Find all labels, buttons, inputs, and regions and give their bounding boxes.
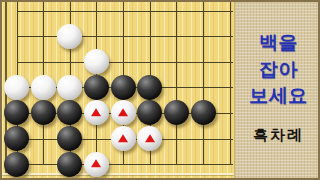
black-stone [4,100,29,125]
black-stone [31,100,56,125]
grid-line [17,62,234,63]
triangle-mark-icon [91,108,101,116]
white-stone [4,75,29,100]
black-stone [137,75,162,100]
grid-line [17,36,234,37]
black-stone [191,100,216,125]
white-stone [57,75,82,100]
black-stone [4,152,29,177]
go-board [2,2,235,180]
caption-line-1: 백을 [235,30,320,57]
white-stone-marked [111,100,136,125]
black-stone [57,152,82,177]
white-stone [57,24,82,49]
white-stone-marked [84,100,109,125]
grid-line [17,164,234,165]
grid-line [230,2,231,164]
triangle-mark-icon [91,159,101,167]
triangle-mark-icon [118,108,128,116]
black-stone [137,100,162,125]
grid-line [203,2,204,164]
black-stone [4,126,29,151]
grid-line [176,2,177,164]
board-bottom-frame [2,173,234,175]
caption-panel: 백을 잡아 보세요 흑차례 [235,2,320,180]
white-stone-marked [111,126,136,151]
black-stone [57,100,82,125]
white-stone [31,75,56,100]
white-stone [84,49,109,74]
white-stone-marked [137,126,162,151]
black-stone [111,75,136,100]
black-stone [57,126,82,151]
caption-line-2: 잡아 [235,57,320,84]
black-stone [164,100,189,125]
grid-line [17,11,234,12]
puzzle-caption: 백을 잡아 보세요 [235,30,320,110]
white-stone-marked [84,152,109,177]
turn-indicator: 흑차례 [235,126,320,145]
triangle-mark-icon [118,134,128,142]
triangle-mark-icon [145,134,155,142]
caption-line-3: 보세요 [235,83,320,110]
go-puzzle-thumbnail: 백을 잡아 보세요 흑차례 [0,0,320,180]
black-stone [84,75,109,100]
